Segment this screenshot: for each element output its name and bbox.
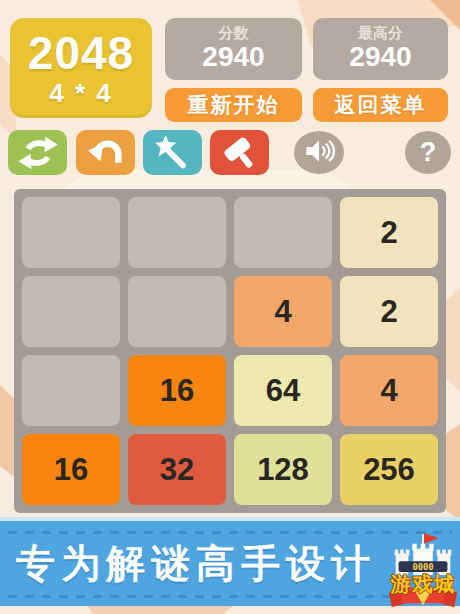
empty-cell xyxy=(128,276,226,347)
game-logo-title: 2048 xyxy=(28,30,134,76)
tile-4: 4 xyxy=(340,355,438,426)
refresh-button[interactable] xyxy=(8,130,67,175)
empty-cell xyxy=(22,355,120,426)
empty-cell xyxy=(22,197,120,268)
board[interactable]: 242166441632128256 xyxy=(14,189,446,513)
restart-button[interactable]: 重新开始 xyxy=(165,88,302,122)
tile-256: 256 xyxy=(340,434,438,505)
tile-64: 64 xyxy=(234,355,332,426)
game-logo-grid-size: 4 * 4 xyxy=(49,80,113,106)
background-decoration xyxy=(0,385,14,477)
magic-wand-button[interactable] xyxy=(143,130,202,175)
game-screen: 2048 4 * 4 分数 2940 最高分 2940 重新开始 返回菜单 xyxy=(0,0,460,614)
question-mark-icon: ? xyxy=(420,137,437,168)
banner-slogan: 专为解谜高手设计 xyxy=(16,537,376,591)
game-city-logo: 0000 游戏城 xyxy=(385,532,460,614)
tile-4: 4 xyxy=(234,276,332,347)
background-decoration xyxy=(446,288,460,392)
refresh-icon xyxy=(18,135,58,171)
score-value: 2940 xyxy=(202,42,264,73)
best-score-box: 最高分 2940 xyxy=(313,18,448,80)
tile-16: 16 xyxy=(128,355,226,426)
tile-2: 2 xyxy=(340,197,438,268)
tile-2: 2 xyxy=(340,276,438,347)
empty-cell xyxy=(128,197,226,268)
best-score-label: 最高分 xyxy=(358,25,403,42)
empty-cell xyxy=(234,197,332,268)
back-to-menu-button[interactable]: 返回菜单 xyxy=(313,88,448,122)
background-decoration xyxy=(446,424,460,520)
best-score-value: 2940 xyxy=(349,42,411,73)
tile-128: 128 xyxy=(234,434,332,505)
magic-wand-icon xyxy=(153,135,193,171)
help-button[interactable]: ? xyxy=(405,131,451,174)
logo-name: 游戏城 xyxy=(390,572,455,595)
score-label: 分数 xyxy=(219,25,249,42)
undo-icon xyxy=(86,135,126,171)
hammer-icon xyxy=(220,135,260,171)
hammer-button[interactable] xyxy=(210,130,269,175)
tile-16: 16 xyxy=(22,434,120,505)
undo-button[interactable] xyxy=(76,130,135,175)
tile-32: 32 xyxy=(128,434,226,505)
game-logo: 2048 4 * 4 xyxy=(10,18,152,118)
score-box: 分数 2940 xyxy=(165,18,302,80)
speaker-icon xyxy=(303,137,335,168)
sound-button[interactable] xyxy=(294,131,344,174)
logo-coins: 0000 xyxy=(412,562,433,572)
empty-cell xyxy=(22,276,120,347)
